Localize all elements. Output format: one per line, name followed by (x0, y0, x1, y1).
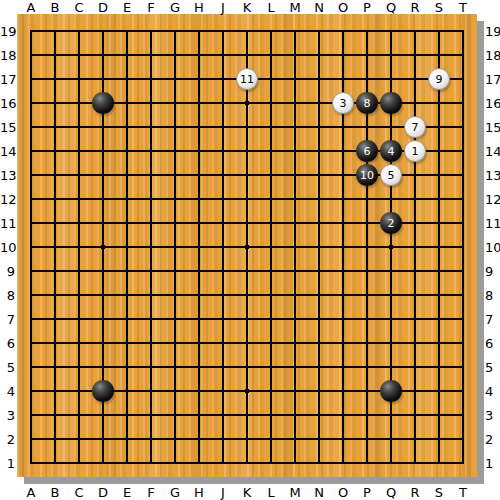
row-label: 19 (485, 25, 500, 38)
move-number: 2 (388, 218, 395, 229)
column-label: F (139, 1, 163, 14)
black-stone: 2 (380, 212, 402, 234)
black-stone (92, 92, 114, 114)
row-label: 16 (0, 97, 15, 110)
column-label: K (235, 1, 259, 14)
column-label: A (19, 486, 43, 499)
white-stone: 7 (404, 116, 426, 138)
column-label: C (67, 1, 91, 14)
column-label: B (43, 1, 67, 14)
row-label: 18 (0, 49, 15, 62)
column-label: T (451, 486, 475, 499)
column-label: P (355, 486, 379, 499)
row-label: 13 (485, 169, 500, 182)
grid-line-vertical (414, 30, 416, 464)
column-label: C (67, 486, 91, 499)
row-label: 18 (485, 49, 500, 62)
row-label: 7 (485, 313, 500, 326)
row-label: 9 (485, 265, 500, 278)
black-stone: 10 (356, 164, 378, 186)
row-label: 11 (0, 217, 15, 230)
row-label: 3 (0, 409, 15, 422)
black-stone (380, 92, 402, 114)
grid-line-horizontal (30, 366, 464, 368)
column-label: G (163, 1, 187, 14)
column-label: E (115, 1, 139, 14)
grid-line-vertical (318, 30, 320, 464)
column-label: L (259, 486, 283, 499)
row-label: 16 (485, 97, 500, 110)
move-number: 7 (412, 122, 419, 133)
column-label: H (187, 486, 211, 499)
row-label: 4 (0, 385, 15, 398)
row-label: 8 (0, 289, 15, 302)
go-board[interactable]: 1234567891011 (17, 14, 477, 477)
star-point (245, 101, 249, 105)
row-label: 10 (485, 241, 500, 254)
column-label: R (403, 486, 427, 499)
column-label: G (163, 486, 187, 499)
column-label: F (139, 486, 163, 499)
star-point (389, 245, 393, 249)
column-label: T (451, 1, 475, 14)
black-stone: 6 (356, 140, 378, 162)
row-label: 5 (485, 361, 500, 374)
black-stone (380, 380, 402, 402)
column-label: K (235, 486, 259, 499)
column-label: O (331, 1, 355, 14)
grid-line-horizontal (30, 294, 464, 296)
row-label: 6 (0, 337, 15, 350)
column-label: N (307, 1, 331, 14)
row-label: 19 (0, 25, 15, 38)
column-label: B (43, 486, 67, 499)
column-label: D (91, 1, 115, 14)
row-label: 3 (485, 409, 500, 422)
column-label: H (187, 1, 211, 14)
move-number: 8 (364, 98, 371, 109)
row-label: 17 (0, 73, 15, 86)
row-label: 14 (0, 145, 15, 158)
move-number: 6 (364, 146, 371, 157)
column-label: J (211, 486, 235, 499)
column-label: L (259, 1, 283, 14)
row-label: 9 (0, 265, 15, 278)
row-label: 2 (485, 433, 500, 446)
row-label: 6 (485, 337, 500, 350)
column-label: J (211, 1, 235, 14)
column-label: N (307, 486, 331, 499)
row-label: 13 (0, 169, 15, 182)
move-number: 10 (360, 170, 374, 181)
row-label: 12 (0, 193, 15, 206)
star-point (245, 389, 249, 393)
column-label: P (355, 1, 379, 14)
row-label: 1 (0, 457, 15, 470)
grid-line-horizontal (30, 438, 464, 440)
white-stone: 1 (404, 140, 426, 162)
row-label: 2 (0, 433, 15, 446)
column-label: Q (379, 486, 403, 499)
move-number: 1 (412, 146, 419, 157)
row-label: 17 (485, 73, 500, 86)
black-stone: 4 (380, 140, 402, 162)
row-label: 10 (0, 241, 15, 254)
column-label: R (403, 1, 427, 14)
row-label: 5 (0, 361, 15, 374)
move-number: 11 (240, 74, 254, 85)
row-label: 15 (0, 121, 15, 134)
white-stone: 5 (380, 164, 402, 186)
grid-line-horizontal (30, 342, 464, 344)
grid-line-horizontal (30, 414, 464, 416)
white-stone: 3 (332, 92, 354, 114)
column-label: A (19, 1, 43, 14)
star-point (245, 245, 249, 249)
grid-line-vertical (270, 30, 272, 464)
go-diagram: 1234567891011 ABCDEFGHJKLMNOPQRST ABCDEF… (0, 0, 500, 500)
move-number: 4 (388, 146, 395, 157)
row-label: 15 (485, 121, 500, 134)
grid-line-horizontal (30, 462, 464, 464)
column-label: M (283, 486, 307, 499)
row-label: 11 (485, 217, 500, 230)
white-stone: 9 (428, 68, 450, 90)
column-label: D (91, 486, 115, 499)
row-label: 12 (485, 193, 500, 206)
grid-line-vertical (294, 30, 296, 464)
row-label: 4 (485, 385, 500, 398)
grid-line-horizontal (30, 318, 464, 320)
row-label: 8 (485, 289, 500, 302)
grid-line-horizontal (30, 270, 464, 272)
column-label: O (331, 486, 355, 499)
column-label: Q (379, 1, 403, 14)
white-stone: 11 (236, 68, 258, 90)
grid-line-vertical (438, 30, 440, 464)
star-point (101, 245, 105, 249)
column-label: S (427, 1, 451, 14)
move-number: 3 (340, 98, 347, 109)
move-number: 5 (388, 170, 395, 181)
column-label: S (427, 486, 451, 499)
grid-line-vertical (462, 30, 464, 464)
row-label: 14 (485, 145, 500, 158)
row-label: 1 (485, 457, 500, 470)
column-label: M (283, 1, 307, 14)
move-number: 9 (436, 74, 443, 85)
column-label: E (115, 486, 139, 499)
row-label: 7 (0, 313, 15, 326)
black-stone (92, 380, 114, 402)
black-stone: 8 (356, 92, 378, 114)
